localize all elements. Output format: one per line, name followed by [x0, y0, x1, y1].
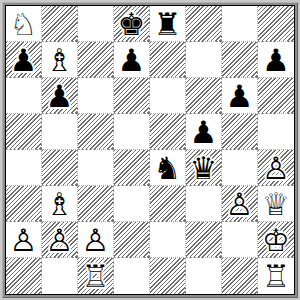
square-g2[interactable]	[222, 222, 258, 258]
square-b2[interactable]: ♙	[42, 222, 78, 258]
square-f2[interactable]	[186, 222, 222, 258]
square-d6[interactable]	[114, 78, 150, 114]
square-a3[interactable]	[6, 186, 42, 222]
square-c3[interactable]	[78, 186, 114, 222]
square-b4[interactable]	[42, 150, 78, 186]
square-c2[interactable]: ♙	[78, 222, 114, 258]
square-h6[interactable]	[258, 78, 294, 114]
square-g6[interactable]: ♟	[222, 78, 258, 114]
square-f6[interactable]	[186, 78, 222, 114]
square-f3[interactable]	[186, 186, 222, 222]
piece-black-pawn[interactable]: ♟	[190, 114, 218, 150]
square-a8[interactable]: ♘	[6, 6, 42, 42]
square-c8[interactable]	[78, 6, 114, 42]
piece-black-king[interactable]: ♚	[118, 6, 146, 42]
piece-white-king[interactable]: ♔	[262, 222, 290, 258]
piece-white-rook[interactable]: ♖	[82, 258, 110, 294]
board-frame: ♘♚♜♟♗♟♟♟♟♟♞♛♙♗♙♕♙♙♙♔♖♖	[2, 2, 298, 298]
square-b3[interactable]: ♗	[42, 186, 78, 222]
square-g4[interactable]	[222, 150, 258, 186]
piece-black-pawn[interactable]: ♟	[46, 78, 74, 114]
piece-white-bishop[interactable]: ♗	[46, 186, 74, 222]
square-h4[interactable]: ♙	[258, 150, 294, 186]
square-h3[interactable]: ♕	[258, 186, 294, 222]
square-h1[interactable]: ♖	[258, 258, 294, 294]
piece-white-bishop[interactable]: ♗	[46, 42, 74, 78]
square-a7[interactable]: ♟	[6, 42, 42, 78]
square-g1[interactable]	[222, 258, 258, 294]
square-a2[interactable]: ♙	[6, 222, 42, 258]
square-g3[interactable]: ♙	[222, 186, 258, 222]
square-a5[interactable]	[6, 114, 42, 150]
piece-black-pawn[interactable]: ♟	[118, 42, 146, 78]
square-d1[interactable]	[114, 258, 150, 294]
piece-white-pawn[interactable]: ♙	[46, 222, 74, 258]
square-d8[interactable]: ♚	[114, 6, 150, 42]
piece-white-pawn[interactable]: ♙	[262, 150, 290, 186]
square-c4[interactable]	[78, 150, 114, 186]
square-c1[interactable]: ♖	[78, 258, 114, 294]
square-b5[interactable]	[42, 114, 78, 150]
square-d5[interactable]	[114, 114, 150, 150]
piece-white-rook[interactable]: ♖	[262, 258, 290, 294]
square-e7[interactable]	[150, 42, 186, 78]
piece-black-pawn[interactable]: ♟	[10, 42, 38, 78]
piece-white-pawn[interactable]: ♙	[82, 222, 110, 258]
piece-white-pawn[interactable]: ♙	[10, 222, 38, 258]
square-d7[interactable]: ♟	[114, 42, 150, 78]
square-b6[interactable]: ♟	[42, 78, 78, 114]
square-g8[interactable]	[222, 6, 258, 42]
square-b1[interactable]	[42, 258, 78, 294]
piece-white-queen[interactable]: ♕	[262, 186, 290, 222]
piece-black-pawn[interactable]: ♟	[226, 78, 254, 114]
square-d4[interactable]	[114, 150, 150, 186]
chess-diagram: ♘♚♜♟♗♟♟♟♟♟♞♛♙♗♙♕♙♙♙♔♖♖	[0, 0, 300, 300]
square-b8[interactable]	[42, 6, 78, 42]
square-e3[interactable]	[150, 186, 186, 222]
square-f8[interactable]	[186, 6, 222, 42]
square-g7[interactable]	[222, 42, 258, 78]
square-e4[interactable]: ♞	[150, 150, 186, 186]
square-e1[interactable]	[150, 258, 186, 294]
square-f5[interactable]: ♟	[186, 114, 222, 150]
chess-board: ♘♚♜♟♗♟♟♟♟♟♞♛♙♗♙♕♙♙♙♔♖♖	[5, 5, 295, 295]
piece-black-pawn[interactable]: ♟	[262, 42, 290, 78]
piece-white-pawn[interactable]: ♙	[226, 186, 254, 222]
square-h2[interactable]: ♔	[258, 222, 294, 258]
square-c6[interactable]	[78, 78, 114, 114]
square-g5[interactable]	[222, 114, 258, 150]
square-c7[interactable]	[78, 42, 114, 78]
piece-black-rook[interactable]: ♜	[154, 6, 182, 42]
square-h8[interactable]	[258, 6, 294, 42]
square-a4[interactable]	[6, 150, 42, 186]
square-d2[interactable]	[114, 222, 150, 258]
piece-black-queen[interactable]: ♛	[190, 150, 218, 186]
square-f1[interactable]	[186, 258, 222, 294]
square-b7[interactable]: ♗	[42, 42, 78, 78]
piece-black-knight[interactable]: ♞	[154, 150, 182, 186]
square-f7[interactable]	[186, 42, 222, 78]
square-e8[interactable]: ♜	[150, 6, 186, 42]
square-f4[interactable]: ♛	[186, 150, 222, 186]
square-e2[interactable]	[150, 222, 186, 258]
square-a1[interactable]	[6, 258, 42, 294]
square-c5[interactable]	[78, 114, 114, 150]
square-a6[interactable]	[6, 78, 42, 114]
square-h5[interactable]	[258, 114, 294, 150]
square-h7[interactable]: ♟	[258, 42, 294, 78]
square-e5[interactable]	[150, 114, 186, 150]
square-d3[interactable]	[114, 186, 150, 222]
piece-white-knight[interactable]: ♘	[10, 6, 38, 42]
square-e6[interactable]	[150, 78, 186, 114]
